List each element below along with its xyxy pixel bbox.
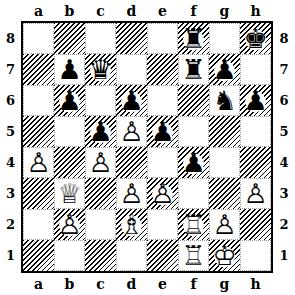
piece-white-pawn[interactable]: ♙ [117, 178, 146, 209]
square-f2[interactable]: ♖ [178, 209, 209, 240]
square-g2[interactable]: ♙ [209, 209, 240, 240]
square-f6[interactable] [178, 85, 209, 116]
rank-label-7: 7 [273, 63, 295, 76]
square-f4[interactable]: ♟ [178, 147, 209, 178]
piece-black-pawn[interactable]: ♟ [85, 116, 116, 147]
square-c8[interactable] [85, 23, 116, 54]
rank-label-2: 2 [273, 218, 295, 231]
square-a1[interactable] [23, 240, 54, 271]
rank-label-7: 7 [0, 63, 21, 76]
square-g3[interactable] [209, 178, 240, 209]
square-c2[interactable] [85, 209, 116, 240]
piece-white-pawn[interactable]: ♙ [241, 178, 270, 209]
file-label-c: c [85, 4, 116, 18]
square-b3[interactable]: ♕ [54, 178, 85, 209]
square-g6[interactable]: ♞ [209, 85, 240, 116]
rank-label-5: 5 [0, 125, 21, 138]
square-c7[interactable]: ♛ [85, 54, 116, 85]
square-a8[interactable] [23, 23, 54, 54]
file-label-d: d [116, 4, 147, 18]
square-g4[interactable] [209, 147, 240, 178]
rank-label-3: 3 [273, 187, 295, 200]
file-label-e: e [147, 277, 178, 291]
square-h6[interactable]: ♟ [240, 85, 271, 116]
square-h5[interactable] [240, 116, 271, 147]
file-label-a: a [23, 4, 54, 18]
square-a7[interactable] [23, 54, 54, 85]
file-label-h: h [240, 277, 271, 291]
rank-label-6: 6 [273, 94, 295, 107]
file-label-b: b [54, 4, 85, 18]
square-a6[interactable] [23, 85, 54, 116]
piece-black-pawn[interactable]: ♟ [209, 54, 240, 85]
square-d2[interactable]: ♗ [116, 209, 147, 240]
square-e2[interactable] [147, 209, 178, 240]
square-h2[interactable] [240, 209, 271, 240]
square-g1[interactable]: ♔ [209, 240, 240, 271]
rank-label-2: 2 [0, 218, 21, 231]
square-b7[interactable]: ♟ [54, 54, 85, 85]
square-d7[interactable] [116, 54, 147, 85]
file-label-f: f [178, 277, 209, 291]
corner-bottom-left [0, 273, 21, 295]
piece-white-rook[interactable]: ♖ [178, 209, 209, 240]
rank-label-5: 5 [273, 125, 295, 138]
piece-black-knight[interactable]: ♞ [210, 85, 239, 116]
piece-white-pawn[interactable]: ♙ [117, 116, 146, 147]
square-c4[interactable]: ♙ [85, 147, 116, 178]
rank-labels-left: 87654321 [0, 23, 21, 273]
piece-black-pawn[interactable]: ♟ [240, 85, 271, 116]
square-c3[interactable] [85, 178, 116, 209]
square-a2[interactable] [23, 209, 54, 240]
square-e6[interactable] [147, 85, 178, 116]
square-b6[interactable]: ♟ [54, 85, 85, 116]
square-b8[interactable] [54, 23, 85, 54]
square-g8[interactable] [209, 23, 240, 54]
square-b1[interactable] [54, 240, 85, 271]
rank-label-1: 1 [273, 249, 295, 262]
file-label-b: b [54, 277, 85, 291]
corner-bottom-right [273, 273, 295, 295]
square-a5[interactable] [23, 116, 54, 147]
rank-label-4: 4 [273, 156, 295, 169]
square-a4[interactable]: ♙ [23, 147, 54, 178]
rank-label-6: 6 [0, 94, 21, 107]
chess-board: ♜♚♟♛♜♟♟♟♞♟♟♙♟♙♙♟♕♙♙♙♙♗♖♙♖♔ [21, 21, 273, 273]
square-c5[interactable]: ♟ [85, 116, 116, 147]
piece-black-rook[interactable]: ♜ [179, 54, 208, 85]
piece-white-pawn[interactable]: ♙ [147, 178, 178, 209]
piece-black-pawn[interactable]: ♟ [116, 85, 147, 116]
square-f5[interactable] [178, 116, 209, 147]
rank-label-4: 4 [0, 156, 21, 169]
piece-black-rook[interactable]: ♜ [178, 23, 209, 54]
piece-white-king[interactable]: ♔ [209, 240, 240, 271]
file-label-h: h [240, 4, 271, 18]
square-h3[interactable]: ♙ [240, 178, 271, 209]
square-d8[interactable] [116, 23, 147, 54]
corner-top-right [273, 0, 295, 21]
square-g7[interactable]: ♟ [209, 54, 240, 85]
piece-white-rook[interactable]: ♖ [179, 240, 208, 271]
square-e7[interactable] [147, 54, 178, 85]
square-b2[interactable]: ♙ [54, 209, 85, 240]
piece-black-pawn[interactable]: ♟ [178, 147, 209, 178]
square-e5[interactable]: ♟ [147, 116, 178, 147]
piece-black-pawn[interactable]: ♟ [147, 116, 178, 147]
square-h8[interactable]: ♚ [240, 23, 271, 54]
square-c6[interactable] [85, 85, 116, 116]
square-b4[interactable] [54, 147, 85, 178]
file-label-g: g [209, 277, 240, 291]
rank-label-3: 3 [0, 187, 21, 200]
file-label-e: e [147, 4, 178, 18]
square-g5[interactable] [209, 116, 240, 147]
piece-black-pawn[interactable]: ♟ [54, 85, 85, 116]
corner-top-left [0, 0, 21, 21]
square-f1[interactable]: ♖ [178, 240, 209, 271]
piece-white-bishop[interactable]: ♗ [116, 209, 147, 240]
square-h1[interactable] [240, 240, 271, 271]
square-e3[interactable]: ♙ [147, 178, 178, 209]
file-labels-top: abcdefgh [23, 0, 273, 21]
file-label-a: a [23, 277, 54, 291]
rank-label-1: 1 [0, 249, 21, 262]
square-a3[interactable] [23, 178, 54, 209]
square-d1[interactable] [116, 240, 147, 271]
piece-black-queen[interactable]: ♛ [85, 54, 116, 85]
square-f3[interactable] [178, 178, 209, 209]
piece-black-king[interactable]: ♚ [240, 23, 271, 54]
file-label-d: d [116, 277, 147, 291]
square-h4[interactable] [240, 147, 271, 178]
square-h7[interactable] [240, 54, 271, 85]
square-e4[interactable] [147, 147, 178, 178]
square-e1[interactable] [147, 240, 178, 271]
piece-black-pawn[interactable]: ♟ [55, 54, 84, 85]
rank-label-8: 8 [273, 32, 295, 45]
square-b5[interactable] [54, 116, 85, 147]
file-label-c: c [85, 277, 116, 291]
piece-white-queen[interactable]: ♕ [55, 178, 84, 209]
piece-white-pawn[interactable]: ♙ [54, 209, 85, 240]
square-f7[interactable]: ♜ [178, 54, 209, 85]
chess-diagram: abcdefgh 87654321 ♜♚♟♛♜♟♟♟♞♟♟♙♟♙♙♟♕♙♙♙♙♗… [0, 0, 295, 295]
rank-labels-right: 87654321 [273, 23, 295, 273]
piece-white-pawn[interactable]: ♙ [86, 147, 115, 178]
file-labels-bottom: abcdefgh [23, 273, 273, 295]
square-d3[interactable]: ♙ [116, 178, 147, 209]
piece-white-pawn[interactable]: ♙ [24, 147, 53, 178]
square-d5[interactable]: ♙ [116, 116, 147, 147]
square-e8[interactable] [147, 23, 178, 54]
square-d4[interactable] [116, 147, 147, 178]
piece-white-pawn[interactable]: ♙ [210, 209, 239, 240]
square-c1[interactable] [85, 240, 116, 271]
file-label-g: g [209, 4, 240, 18]
rank-label-8: 8 [0, 32, 21, 45]
square-d6[interactable]: ♟ [116, 85, 147, 116]
file-label-f: f [178, 4, 209, 18]
square-f8[interactable]: ♜ [178, 23, 209, 54]
